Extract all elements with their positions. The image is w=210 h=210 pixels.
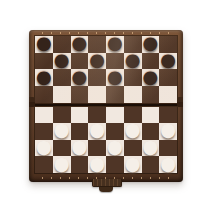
square-g4[interactable] <box>142 107 160 124</box>
square-a4[interactable] <box>35 107 53 124</box>
square-a8[interactable]: ● <box>35 36 53 53</box>
square-e1[interactable] <box>106 156 124 173</box>
square-b5[interactable] <box>53 86 71 103</box>
square-h6[interactable] <box>159 69 177 86</box>
white-checker[interactable]: ● <box>160 122 176 138</box>
square-b7[interactable]: ● <box>53 53 71 70</box>
board-bottom-half: ●●●●●●●●●●●● <box>35 107 177 174</box>
square-d5[interactable] <box>88 86 106 103</box>
square-d7[interactable]: ● <box>88 53 106 70</box>
folding-checkers-board: ●●●●●●●●●●●● ●●●●●●●●●●●● <box>29 30 183 182</box>
square-e4[interactable] <box>106 107 124 124</box>
square-f1[interactable]: ● <box>124 156 142 173</box>
clasp-latch <box>92 179 122 187</box>
board-top-half: ●●●●●●●●●●●● <box>35 36 177 103</box>
square-f3[interactable]: ● <box>124 123 142 140</box>
white-checker[interactable]: ● <box>160 156 176 172</box>
square-c2[interactable]: ● <box>71 140 89 157</box>
playfield: ●●●●●●●●●●●● ●●●●●●●●●●●● <box>35 36 177 173</box>
white-checker[interactable]: ● <box>54 156 70 172</box>
square-d1[interactable]: ● <box>88 156 106 173</box>
square-c8[interactable]: ● <box>71 36 89 53</box>
square-b6[interactable] <box>53 69 71 86</box>
square-b3[interactable]: ● <box>53 123 71 140</box>
square-d3[interactable]: ● <box>88 123 106 140</box>
hinge-seam <box>29 103 183 107</box>
product-photo: ●●●●●●●●●●●● ●●●●●●●●●●●● <box>0 0 210 210</box>
dark-checker[interactable]: ● <box>89 51 105 67</box>
square-g8[interactable]: ● <box>142 36 160 53</box>
square-e8[interactable]: ● <box>106 36 124 53</box>
white-checker[interactable]: ● <box>36 139 52 155</box>
square-f6[interactable] <box>124 69 142 86</box>
square-g6[interactable]: ● <box>142 69 160 86</box>
hinge-right-knuckle <box>177 97 183 107</box>
square-h5[interactable] <box>159 86 177 103</box>
square-g5[interactable] <box>142 86 160 103</box>
square-d6[interactable] <box>88 69 106 86</box>
white-checker[interactable]: ● <box>89 122 105 138</box>
square-c4[interactable] <box>71 107 89 124</box>
square-b1[interactable]: ● <box>53 156 71 173</box>
dark-checker[interactable]: ● <box>36 35 52 51</box>
dark-checker[interactable]: ● <box>107 35 123 51</box>
hinge-left-knuckle <box>29 97 35 107</box>
dark-checker[interactable]: ● <box>36 68 52 84</box>
square-a5[interactable] <box>35 86 53 103</box>
dark-checker[interactable]: ● <box>143 35 159 51</box>
dark-checker[interactable]: ● <box>107 68 123 84</box>
square-g2[interactable]: ● <box>142 140 160 157</box>
square-c5[interactable] <box>71 86 89 103</box>
dark-checker[interactable]: ● <box>72 68 88 84</box>
square-g1[interactable] <box>142 156 160 173</box>
white-checker[interactable]: ● <box>143 139 159 155</box>
clasp-tab <box>99 187 113 192</box>
white-checker[interactable]: ● <box>54 122 70 138</box>
white-checker[interactable]: ● <box>107 139 123 155</box>
white-checker[interactable]: ● <box>89 156 105 172</box>
dark-checker[interactable]: ● <box>72 35 88 51</box>
dark-checker[interactable]: ● <box>54 51 70 67</box>
white-checker[interactable]: ● <box>125 122 141 138</box>
dark-checker[interactable]: ● <box>143 68 159 84</box>
square-c6[interactable]: ● <box>71 69 89 86</box>
white-checker[interactable]: ● <box>125 156 141 172</box>
square-e6[interactable]: ● <box>106 69 124 86</box>
square-h3[interactable]: ● <box>159 123 177 140</box>
dark-checker[interactable]: ● <box>160 51 176 67</box>
white-checker[interactable]: ● <box>72 139 88 155</box>
dark-checker[interactable]: ● <box>125 51 141 67</box>
square-h1[interactable]: ● <box>159 156 177 173</box>
square-h7[interactable]: ● <box>159 53 177 70</box>
square-a6[interactable]: ● <box>35 69 53 86</box>
square-a1[interactable] <box>35 156 53 173</box>
square-c1[interactable] <box>71 156 89 173</box>
square-f7[interactable]: ● <box>124 53 142 70</box>
square-e2[interactable]: ● <box>106 140 124 157</box>
square-e5[interactable] <box>106 86 124 103</box>
square-f5[interactable] <box>124 86 142 103</box>
square-a2[interactable]: ● <box>35 140 53 157</box>
